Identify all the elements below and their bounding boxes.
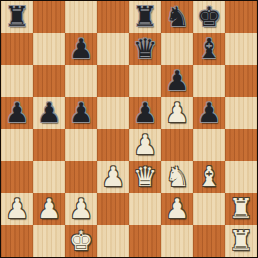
piece-white-pawn[interactable]: ♟ (97, 161, 129, 193)
square-c2[interactable]: ♟ (65, 193, 97, 225)
piece-black-pawn[interactable]: ♟ (161, 65, 193, 97)
piece-black-pawn[interactable]: ♟ (1, 97, 33, 129)
piece-white-queen[interactable]: ♛ (129, 161, 161, 193)
square-d7[interactable] (97, 33, 129, 65)
square-e2[interactable] (129, 193, 161, 225)
square-e4[interactable]: ♟ (129, 129, 161, 161)
square-c4[interactable] (65, 129, 97, 161)
square-b2[interactable]: ♟ (33, 193, 65, 225)
piece-black-pawn[interactable]: ♟ (65, 33, 97, 65)
square-a4[interactable] (1, 129, 33, 161)
square-a8[interactable]: ♜ (1, 1, 33, 33)
square-g5[interactable]: ♟ (193, 97, 225, 129)
square-e3[interactable]: ♛ (129, 161, 161, 193)
piece-black-knight[interactable]: ♞ (161, 1, 193, 33)
square-b4[interactable] (33, 129, 65, 161)
square-f7[interactable] (161, 33, 193, 65)
square-g7[interactable]: ♝ (193, 33, 225, 65)
square-h6[interactable] (225, 65, 257, 97)
piece-black-bishop[interactable]: ♝ (193, 33, 225, 65)
piece-black-pawn[interactable]: ♟ (65, 97, 97, 129)
square-h5[interactable] (225, 97, 257, 129)
piece-white-pawn[interactable]: ♟ (65, 193, 97, 225)
square-e8[interactable]: ♜ (129, 1, 161, 33)
square-c8[interactable] (65, 1, 97, 33)
square-f4[interactable] (161, 129, 193, 161)
chess-diagram: ♜♜♞♚♟♛♝♟♟♟♟♟♟♟♟♟♛♞♝♟♟♟♟♜♚♜ (0, 0, 258, 258)
square-h8[interactable] (225, 1, 257, 33)
piece-white-pawn[interactable]: ♟ (161, 97, 193, 129)
piece-white-knight[interactable]: ♞ (161, 161, 193, 193)
square-h3[interactable] (225, 161, 257, 193)
square-b7[interactable] (33, 33, 65, 65)
square-c3[interactable] (65, 161, 97, 193)
square-d5[interactable] (97, 97, 129, 129)
square-h4[interactable] (225, 129, 257, 161)
square-d3[interactable]: ♟ (97, 161, 129, 193)
square-f2[interactable]: ♟ (161, 193, 193, 225)
square-b6[interactable] (33, 65, 65, 97)
piece-white-pawn[interactable]: ♟ (33, 193, 65, 225)
square-e6[interactable] (129, 65, 161, 97)
square-d1[interactable] (97, 225, 129, 257)
piece-black-pawn[interactable]: ♟ (129, 97, 161, 129)
square-a6[interactable] (1, 65, 33, 97)
square-e5[interactable]: ♟ (129, 97, 161, 129)
square-g2[interactable] (193, 193, 225, 225)
square-g1[interactable] (193, 225, 225, 257)
square-g8[interactable]: ♚ (193, 1, 225, 33)
square-g4[interactable] (193, 129, 225, 161)
square-e7[interactable]: ♛ (129, 33, 161, 65)
square-f6[interactable]: ♟ (161, 65, 193, 97)
piece-black-queen[interactable]: ♛ (129, 33, 161, 65)
square-g3[interactable]: ♝ (193, 161, 225, 193)
square-b1[interactable] (33, 225, 65, 257)
square-b5[interactable]: ♟ (33, 97, 65, 129)
piece-black-pawn[interactable]: ♟ (33, 97, 65, 129)
piece-white-king[interactable]: ♚ (65, 225, 97, 257)
piece-white-rook[interactable]: ♜ (225, 193, 257, 225)
square-a3[interactable] (1, 161, 33, 193)
square-a7[interactable] (1, 33, 33, 65)
square-a2[interactable]: ♟ (1, 193, 33, 225)
square-c6[interactable] (65, 65, 97, 97)
square-f8[interactable]: ♞ (161, 1, 193, 33)
square-c5[interactable]: ♟ (65, 97, 97, 129)
piece-black-king[interactable]: ♚ (193, 1, 225, 33)
square-c1[interactable]: ♚ (65, 225, 97, 257)
square-a5[interactable]: ♟ (1, 97, 33, 129)
square-c7[interactable]: ♟ (65, 33, 97, 65)
square-a1[interactable] (1, 225, 33, 257)
square-f1[interactable] (161, 225, 193, 257)
square-d6[interactable] (97, 65, 129, 97)
square-h7[interactable] (225, 33, 257, 65)
chess-board: ♜♜♞♚♟♛♝♟♟♟♟♟♟♟♟♟♛♞♝♟♟♟♟♜♚♜ (0, 0, 258, 258)
square-f5[interactable]: ♟ (161, 97, 193, 129)
square-f3[interactable]: ♞ (161, 161, 193, 193)
piece-white-pawn[interactable]: ♟ (1, 193, 33, 225)
piece-black-pawn[interactable]: ♟ (193, 97, 225, 129)
square-d8[interactable] (97, 1, 129, 33)
square-b8[interactable] (33, 1, 65, 33)
square-d2[interactable] (97, 193, 129, 225)
piece-white-rook[interactable]: ♜ (225, 225, 257, 257)
square-d4[interactable] (97, 129, 129, 161)
piece-black-rook[interactable]: ♜ (1, 1, 33, 33)
square-h2[interactable]: ♜ (225, 193, 257, 225)
piece-black-rook[interactable]: ♜ (129, 1, 161, 33)
piece-white-pawn[interactable]: ♟ (129, 129, 161, 161)
square-g6[interactable] (193, 65, 225, 97)
square-b3[interactable] (33, 161, 65, 193)
square-h1[interactable]: ♜ (225, 225, 257, 257)
piece-white-bishop[interactable]: ♝ (193, 161, 225, 193)
square-e1[interactable] (129, 225, 161, 257)
piece-white-pawn[interactable]: ♟ (161, 193, 193, 225)
